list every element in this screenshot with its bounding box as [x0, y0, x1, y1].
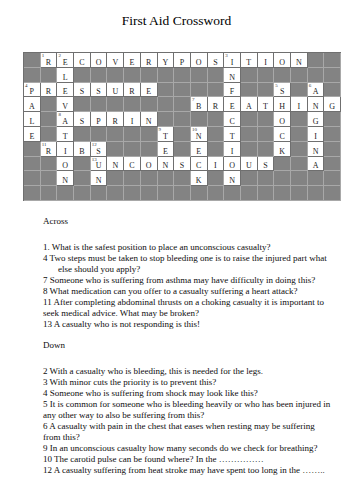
cell-letter: E: [24, 132, 40, 141]
crossword-block: [141, 97, 158, 112]
cell-letter: F: [224, 87, 240, 96]
crossword-block: [258, 171, 275, 186]
crossword-block: [258, 68, 275, 83]
crossword-cell[interactable]: C: [74, 53, 91, 68]
crossword-block: [191, 112, 208, 127]
cell-letter: R: [41, 58, 57, 67]
crossword-block: [141, 186, 158, 201]
crossword-block: [174, 112, 191, 127]
cell-letter: O: [274, 117, 290, 126]
clue-line: else should you apply?: [43, 264, 335, 275]
crossword-cell[interactable]: I: [208, 157, 225, 172]
crossword-block: [91, 186, 108, 201]
cell-letter: A: [24, 102, 40, 111]
crossword-cell[interactable]: C: [274, 127, 291, 142]
cell-letter: O: [57, 161, 73, 170]
clue-line: 11 After completing abdominal thrusts on…: [43, 297, 335, 308]
crossword-cell[interactable]: 12S: [91, 142, 108, 157]
cell-letter: S: [74, 117, 90, 126]
crossword-block: [191, 186, 208, 201]
cell-letter: S: [91, 147, 107, 156]
crossword-cell[interactable]: O: [274, 53, 291, 68]
crossword-cell[interactable]: I: [124, 112, 141, 127]
crossword-block: [158, 68, 175, 83]
crossword-cell[interactable]: 5S: [274, 83, 291, 98]
crossword-block: [24, 171, 41, 186]
cell-letter: N: [191, 132, 207, 141]
crossword-block: [291, 83, 308, 98]
crossword-block: [41, 112, 58, 127]
cell-letter: R: [124, 87, 140, 96]
cell-letter: A: [57, 117, 73, 126]
crossword-cell[interactable]: 11R: [41, 142, 58, 157]
clue-line: 8 What medication can you offer to a cas…: [43, 286, 335, 297]
crossword-cell[interactable]: I: [224, 142, 241, 157]
cell-letter: A: [308, 87, 324, 96]
crossword-block: [41, 171, 58, 186]
crossword-block: [41, 157, 58, 172]
crossword-cell[interactable]: T: [224, 127, 241, 142]
crossword-block: [141, 142, 158, 157]
crossword-cell[interactable]: V: [57, 97, 74, 112]
page-title: First Aid Crossword: [0, 13, 353, 29]
clue-line: 9 In an unconscious casualty how many se…: [43, 443, 335, 454]
crossword-block: [258, 186, 275, 201]
crossword-block: [107, 186, 124, 201]
cell-letter: E: [158, 147, 174, 156]
crossword-block: [141, 171, 158, 186]
clue-line: from this?: [43, 432, 335, 443]
crossword-block: [274, 186, 291, 201]
crossword-cell[interactable]: E: [191, 142, 208, 157]
crossword-block: [208, 171, 225, 186]
crossword-cell[interactable]: N: [141, 112, 158, 127]
cell-letter: H: [274, 102, 290, 111]
crossword-block: [291, 186, 308, 201]
crossword-cell[interactable]: N: [291, 53, 308, 68]
crossword-block: [324, 53, 341, 68]
cell-letter: E: [57, 87, 73, 96]
cell-letter: E: [57, 58, 73, 67]
cell-letter: B: [74, 147, 90, 156]
cell-letter: O: [224, 161, 240, 170]
crossword-block: [291, 142, 308, 157]
crossword-cell[interactable]: O: [224, 157, 241, 172]
crossword-cell[interactable]: T: [241, 53, 258, 68]
crossword-block: [241, 112, 258, 127]
cell-letter: N: [141, 117, 157, 126]
crossword-cell[interactable]: U: [107, 83, 124, 98]
crossword-block: [208, 142, 225, 157]
crossword-block: [208, 127, 225, 142]
crossword-block: [308, 186, 325, 201]
across-section: Across 1. What is the safest position to…: [43, 216, 335, 330]
crossword-cell[interactable]: A: [241, 97, 258, 112]
crossword-block: [24, 186, 41, 201]
crossword-block: [174, 68, 191, 83]
cell-letter: S: [258, 161, 274, 170]
cell-letter: N: [308, 102, 324, 111]
crossword-block: [24, 142, 41, 157]
crossword-block: [124, 68, 141, 83]
crossword-block: [174, 97, 191, 112]
crossword-cell[interactable]: O: [57, 157, 74, 172]
crossword-block: [158, 97, 175, 112]
crossword-block: [308, 68, 325, 83]
cell-letter: G: [308, 117, 324, 126]
crossword-block: [158, 112, 175, 127]
crossword-block: [41, 68, 58, 83]
crossword-cell[interactable]: O: [141, 157, 158, 172]
across-clue-list: 1. What is the safest position to place …: [43, 242, 335, 330]
cell-letter: T: [224, 132, 240, 141]
crossword-block: [258, 142, 275, 157]
crossword-cell[interactable]: E: [57, 83, 74, 98]
crossword-cell[interactable]: I: [258, 53, 275, 68]
crossword-grid: 1R2ECOVERYPOS3ITIONLN4PRESSUREF5S6AAV7BR…: [23, 52, 341, 201]
cell-letter: U: [241, 161, 257, 170]
crossword-block: [124, 97, 141, 112]
cell-letter: Y: [158, 58, 174, 67]
crossword-block: [191, 68, 208, 83]
crossword-block: [158, 171, 175, 186]
cell-letter: R: [208, 102, 224, 111]
crossword-block: [208, 112, 225, 127]
cell-letter: S: [208, 58, 224, 67]
crossword-block: [291, 171, 308, 186]
cell-letter: N: [308, 147, 324, 156]
crossword-cell[interactable]: U: [241, 157, 258, 172]
cell-letter: L: [24, 117, 40, 126]
cell-letter: A: [241, 102, 257, 111]
cell-letter: E: [124, 58, 140, 67]
clue-line: 5 It is common for someone who is bleedi…: [43, 399, 335, 410]
crossword-block: [107, 97, 124, 112]
cell-letter: U: [107, 87, 123, 96]
down-clue-list: 2 With a casualty who is bleeding, this …: [43, 366, 335, 476]
crossword-block: [208, 83, 225, 98]
crossword-cell[interactable]: L: [24, 112, 41, 127]
crossword-cell[interactable]: 10N: [191, 127, 208, 142]
crossword-block: [324, 186, 341, 201]
crossword-block: [291, 68, 308, 83]
crossword-block: [57, 186, 74, 201]
cell-letter: L: [57, 73, 73, 82]
cell-letter: I: [208, 161, 224, 170]
crossword-block: [74, 186, 91, 201]
cell-letter: R: [41, 147, 57, 156]
crossword-block: [24, 53, 41, 68]
cell-letter: O: [274, 58, 290, 67]
clue-line: 10 The carotid pulse can be found where?…: [43, 454, 335, 465]
crossword-block: [158, 83, 175, 98]
clue-line: seek medical advice. What may be broken?: [43, 308, 335, 319]
crossword-cell[interactable]: 2E: [57, 53, 74, 68]
crossword-cell[interactable]: H: [274, 97, 291, 112]
crossword-block: [308, 171, 325, 186]
crossword-cell[interactable]: 4P: [24, 83, 41, 98]
clue-line: 12 A casualty suffering from heat stroke…: [43, 465, 335, 476]
crossword-cell[interactable]: F: [224, 83, 241, 98]
crossword-block: [107, 68, 124, 83]
cell-letter: S: [74, 87, 90, 96]
crossword-cell[interactable]: N: [158, 157, 175, 172]
crossword-block: [174, 83, 191, 98]
cell-letter: C: [74, 58, 90, 67]
cell-letter: G: [324, 102, 340, 111]
crossword-block: [174, 142, 191, 157]
cell-letter: R: [107, 117, 123, 126]
crossword-cell[interactable]: A: [24, 97, 41, 112]
cell-letter: I: [291, 102, 307, 111]
crossword-block: [258, 127, 275, 142]
cell-letter: E: [191, 147, 207, 156]
cell-letter: V: [57, 102, 73, 111]
crossword-block: [324, 171, 341, 186]
crossword-cell[interactable]: C: [191, 157, 208, 172]
crossword-block: [241, 142, 258, 157]
crossword-cell[interactable]: E: [141, 83, 158, 98]
down-section: Down 2 With a casualty who is bleeding, …: [43, 340, 335, 476]
crossword-cell[interactable]: 8A: [57, 112, 74, 127]
cell-letter: O: [91, 58, 107, 67]
crossword-block: [258, 83, 275, 98]
crossword-cell[interactable]: P: [174, 53, 191, 68]
crossword-cell[interactable]: E: [158, 142, 175, 157]
cell-letter: T: [241, 58, 257, 67]
crossword-cell[interactable]: A: [308, 157, 325, 172]
crossword-block: [241, 83, 258, 98]
crossword-block: [258, 112, 275, 127]
cell-letter: R: [141, 58, 157, 67]
cell-letter: P: [174, 58, 190, 67]
cell-letter: N: [291, 58, 307, 67]
crossword-cell[interactable]: K: [191, 171, 208, 186]
crossword-cell[interactable]: E: [224, 97, 241, 112]
cell-letter: S: [174, 161, 190, 170]
crossword-cell[interactable]: P: [91, 112, 108, 127]
crossword-block: [141, 127, 158, 142]
cell-letter: S: [274, 87, 290, 96]
cell-letter: C: [191, 161, 207, 170]
crossword-cell[interactable]: 1R: [41, 53, 58, 68]
clue-line: 2 With a casualty who is bleeding, this …: [43, 366, 335, 377]
crossword-block: [74, 157, 91, 172]
crossword-block: [124, 127, 141, 142]
crossword-block: [174, 127, 191, 142]
crossword-cell[interactable]: R: [141, 53, 158, 68]
crossword-block: [241, 127, 258, 142]
crossword-cell[interactable]: N: [308, 142, 325, 157]
worksheet-page: First Aid Crossword 1R2ECOVERYPOS3ITIONL…: [0, 0, 353, 500]
cell-letter: C: [274, 132, 290, 141]
crossword-cell[interactable]: C: [224, 112, 241, 127]
cell-letter: I: [224, 58, 240, 67]
crossword-block: [291, 127, 308, 142]
crossword-cell[interactable]: K: [274, 142, 291, 157]
cell-letter: E: [224, 102, 240, 111]
crossword-block: [124, 171, 141, 186]
cell-letter: C: [224, 117, 240, 126]
crossword-block: [174, 171, 191, 186]
cell-letter: N: [57, 176, 73, 185]
clue-line: 13 A casualty who is not responding is t…: [43, 319, 335, 330]
crossword-cell[interactable]: S: [174, 157, 191, 172]
cell-letter: T: [158, 132, 174, 141]
crossword-cell[interactable]: V: [107, 53, 124, 68]
cell-letter: P: [24, 87, 40, 96]
crossword-cell[interactable]: G: [324, 97, 341, 112]
cell-letter: B: [191, 102, 207, 111]
crossword-block: [208, 186, 225, 201]
crossword-cell[interactable]: L: [57, 68, 74, 83]
crossword-cell[interactable]: R: [124, 83, 141, 98]
crossword-cell[interactable]: N: [224, 171, 241, 186]
crossword-cell[interactable]: I: [57, 142, 74, 157]
crossword-block: [241, 68, 258, 83]
crossword-block: [91, 68, 108, 83]
crossword-block: [74, 171, 91, 186]
crossword-block: [224, 186, 241, 201]
crossword-block: [291, 112, 308, 127]
crossword-block: [174, 186, 191, 201]
cell-letter: I: [308, 132, 324, 141]
crossword-cell[interactable]: R: [107, 112, 124, 127]
crossword-block: [324, 112, 341, 127]
crossword-block: [324, 68, 341, 83]
crossword-cell[interactable]: C: [124, 157, 141, 172]
crossword-cell[interactable]: G: [308, 112, 325, 127]
cell-letter: I: [258, 58, 274, 67]
cell-letter: K: [274, 147, 290, 156]
crossword-block: [241, 171, 258, 186]
crossword-cell[interactable]: 9T: [158, 127, 175, 142]
crossword-cell[interactable]: S: [91, 83, 108, 98]
crossword-block: [308, 53, 325, 68]
cell-letter: K: [191, 176, 207, 185]
cell-letter: P: [91, 117, 107, 126]
crossword-block: [291, 157, 308, 172]
crossword-block: [74, 127, 91, 142]
crossword-cell[interactable]: R: [41, 83, 58, 98]
cell-letter: C: [124, 161, 140, 170]
crossword-block: [107, 171, 124, 186]
crossword-cell[interactable]: S: [208, 53, 225, 68]
crossword-cell[interactable]: N: [91, 171, 108, 186]
cell-letter: N: [91, 176, 107, 185]
crossword-cell[interactable]: E: [124, 53, 141, 68]
clue-line: 7 Someone who is suffering from asthma m…: [43, 275, 335, 286]
crossword-cell[interactable]: O: [91, 53, 108, 68]
crossword-cell[interactable]: 6A: [308, 83, 325, 98]
crossword-block: [274, 171, 291, 186]
crossword-cell[interactable]: N: [308, 97, 325, 112]
cell-letter: S: [91, 87, 107, 96]
crossword-block: [24, 68, 41, 83]
crossword-block: [41, 97, 58, 112]
cell-letter: I: [124, 117, 140, 126]
crossword-cell[interactable]: N: [57, 171, 74, 186]
cell-letter: E: [141, 87, 157, 96]
crossword-block: [274, 157, 291, 172]
clue-line: 4 Someone who is suffering from shock ma…: [43, 388, 335, 399]
crossword-cell[interactable]: 13U: [91, 157, 108, 172]
cell-letter: N: [107, 161, 123, 170]
crossword-block: [124, 142, 141, 157]
clue-line: 6 A casualty with pain in the chest that…: [43, 421, 335, 432]
cell-letter: N: [158, 161, 174, 170]
crossword-block: [241, 186, 258, 201]
crossword-block: [124, 186, 141, 201]
crossword-cell[interactable]: S: [74, 112, 91, 127]
crossword-block: [324, 127, 341, 142]
crossword-block: [74, 97, 91, 112]
crossword-cell[interactable]: O: [191, 53, 208, 68]
cell-letter: R: [41, 87, 57, 96]
crossword-cell[interactable]: N: [107, 157, 124, 172]
cell-letter: N: [224, 73, 240, 82]
crossword-block: [74, 68, 91, 83]
crossword-cell[interactable]: E: [24, 127, 41, 142]
clue-line: any other way to also be suffering from …: [43, 410, 335, 421]
crossword-cell[interactable]: 3I: [224, 53, 241, 68]
crossword-cell[interactable]: T: [258, 97, 275, 112]
clue-line: 4 Two steps must be taken to stop bleedi…: [43, 253, 335, 264]
across-heading: Across: [43, 216, 335, 227]
crossword-block: [24, 157, 41, 172]
crossword-block: [274, 68, 291, 83]
crossword-block: [91, 127, 108, 142]
crossword-block: [91, 97, 108, 112]
crossword-block: [41, 127, 58, 142]
cell-letter: V: [107, 58, 123, 67]
crossword-cell[interactable]: S: [74, 83, 91, 98]
crossword-block: [324, 83, 341, 98]
crossword-cell[interactable]: I: [291, 97, 308, 112]
cell-letter: U: [91, 161, 107, 170]
crossword-cell[interactable]: T: [57, 127, 74, 142]
crossword-block: [41, 186, 58, 201]
cell-letter: O: [141, 161, 157, 170]
crossword-block: [324, 157, 341, 172]
cell-letter: T: [57, 132, 73, 141]
cell-letter: A: [308, 161, 324, 170]
crossword-cell[interactable]: B: [74, 142, 91, 157]
cell-letter: T: [258, 102, 274, 111]
cell-letter: O: [191, 58, 207, 67]
crossword-block: [158, 186, 175, 201]
crossword-block: [107, 142, 124, 157]
crossword-block: [208, 68, 225, 83]
cell-letter: I: [57, 147, 73, 156]
clue-line: 1. What is the safest position to place …: [43, 242, 335, 253]
crossword-cell[interactable]: R: [208, 97, 225, 112]
cell-letter: N: [224, 176, 240, 185]
crossword-cell[interactable]: S: [258, 157, 275, 172]
crossword-block: [107, 127, 124, 142]
clue-line: 3 With minor cuts the priority is to pre…: [43, 377, 335, 388]
crossword-cell[interactable]: I: [308, 127, 325, 142]
crossword-cell[interactable]: O: [274, 112, 291, 127]
crossword-block: [141, 68, 158, 83]
crossword-cell[interactable]: 7B: [191, 97, 208, 112]
crossword-cell[interactable]: N: [224, 68, 241, 83]
crossword-cell[interactable]: Y: [158, 53, 175, 68]
cell-letter: I: [224, 147, 240, 156]
crossword-block: [191, 83, 208, 98]
crossword-block: [324, 142, 341, 157]
down-heading: Down: [43, 340, 335, 351]
